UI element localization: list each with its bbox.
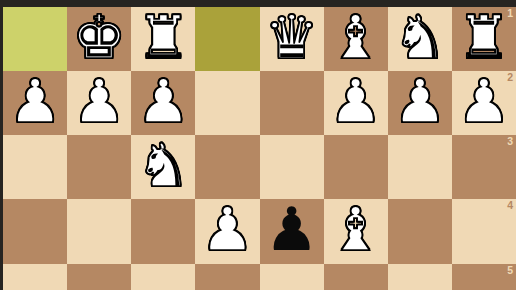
- white-pawn[interactable]: ♟: [72, 71, 126, 131]
- square-d1[interactable]: ♛: [260, 7, 324, 71]
- rank-label-5: 5: [507, 265, 513, 276]
- white-knight[interactable]: ♞: [136, 135, 190, 195]
- rank-label-3: 3: [507, 136, 513, 147]
- square-c4[interactable]: ♝: [324, 199, 388, 263]
- square-h2[interactable]: ♟: [3, 71, 67, 135]
- white-pawn[interactable]: ♟: [393, 71, 447, 131]
- square-e3[interactable]: [195, 135, 259, 199]
- square-c1[interactable]: ♝: [324, 7, 388, 71]
- white-pawn[interactable]: ♟: [136, 71, 190, 131]
- rank-label-1: 1: [507, 8, 513, 19]
- white-rook[interactable]: ♜: [136, 7, 190, 67]
- rank-label-2: 2: [507, 72, 513, 83]
- square-d4[interactable]: ♟: [260, 199, 324, 263]
- square-b1[interactable]: ♞: [388, 7, 452, 71]
- square-g3[interactable]: [67, 135, 131, 199]
- square-a5[interactable]: 5: [452, 264, 516, 290]
- square-d5[interactable]: [260, 264, 324, 290]
- square-g5[interactable]: [67, 264, 131, 290]
- square-b3[interactable]: [388, 135, 452, 199]
- square-a1[interactable]: ♜1: [452, 7, 516, 71]
- white-pawn[interactable]: ♟: [201, 199, 255, 259]
- white-pawn[interactable]: ♟: [8, 71, 62, 131]
- square-a3[interactable]: 3: [452, 135, 516, 199]
- square-f4[interactable]: [131, 199, 195, 263]
- white-pawn[interactable]: ♟: [329, 71, 383, 131]
- square-f3[interactable]: ♞: [131, 135, 195, 199]
- square-g2[interactable]: ♟: [67, 71, 131, 135]
- chess-board[interactable]: ♚♜♛♝♞♜1♟♟♟♟♟♟2♞3♟♟♝45: [3, 7, 516, 290]
- square-h4[interactable]: [3, 199, 67, 263]
- square-f2[interactable]: ♟: [131, 71, 195, 135]
- square-h3[interactable]: [3, 135, 67, 199]
- white-queen[interactable]: ♛: [265, 7, 319, 67]
- square-h5[interactable]: [3, 264, 67, 290]
- square-e1[interactable]: [195, 7, 259, 71]
- square-g4[interactable]: [67, 199, 131, 263]
- square-a2[interactable]: ♟2: [452, 71, 516, 135]
- white-bishop[interactable]: ♝: [329, 7, 383, 67]
- white-bishop[interactable]: ♝: [329, 199, 383, 259]
- rank-label-4: 4: [507, 200, 513, 211]
- square-g1[interactable]: ♚: [67, 7, 131, 71]
- square-b5[interactable]: [388, 264, 452, 290]
- square-d2[interactable]: [260, 71, 324, 135]
- square-b2[interactable]: ♟: [388, 71, 452, 135]
- square-h1[interactable]: [3, 7, 67, 71]
- square-b4[interactable]: [388, 199, 452, 263]
- white-knight[interactable]: ♞: [393, 7, 447, 67]
- page-background: ♚♜♛♝♞♜1♟♟♟♟♟♟2♞3♟♟♝45: [0, 0, 516, 290]
- white-pawn[interactable]: ♟: [457, 71, 511, 131]
- white-king[interactable]: ♚: [72, 7, 126, 67]
- square-f5[interactable]: [131, 264, 195, 290]
- square-a4[interactable]: 4: [452, 199, 516, 263]
- square-e5[interactable]: [195, 264, 259, 290]
- square-d3[interactable]: [260, 135, 324, 199]
- square-c5[interactable]: [324, 264, 388, 290]
- square-e2[interactable]: [195, 71, 259, 135]
- black-pawn[interactable]: ♟: [265, 199, 319, 259]
- square-e4[interactable]: ♟: [195, 199, 259, 263]
- square-c2[interactable]: ♟: [324, 71, 388, 135]
- square-c3[interactable]: [324, 135, 388, 199]
- square-f1[interactable]: ♜: [131, 7, 195, 71]
- white-rook[interactable]: ♜: [457, 7, 511, 67]
